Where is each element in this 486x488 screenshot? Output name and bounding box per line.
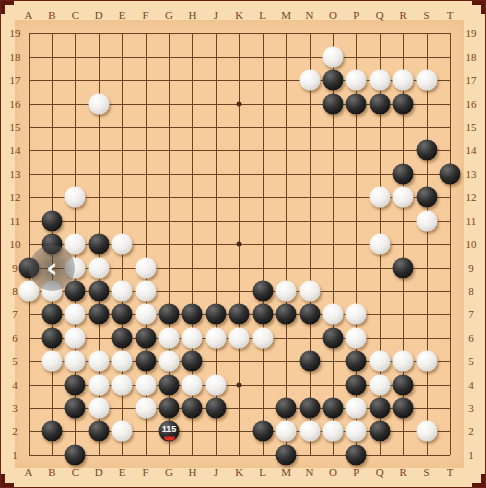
stone-black: [299, 351, 320, 372]
row-label-right: 18: [466, 51, 477, 62]
stone-black: [369, 421, 390, 442]
stone-white: [416, 210, 437, 231]
column-label-bottom: M: [281, 466, 291, 477]
column-label-bottom: F: [143, 466, 149, 477]
stone-black: [346, 93, 367, 114]
column-label-top: L: [259, 10, 266, 21]
row-label-right: 3: [468, 403, 474, 414]
stone-black: [393, 257, 414, 278]
row-label-left: 9: [12, 262, 18, 273]
row-label-right: 4: [468, 379, 474, 390]
stone-white: [346, 398, 367, 419]
stone-white: [112, 234, 133, 255]
stone-black: [346, 374, 367, 395]
column-label-bottom: R: [400, 466, 407, 477]
stone-white: [88, 93, 109, 114]
stone-white: [369, 374, 390, 395]
stone-white: [369, 351, 390, 372]
stone-white: [135, 398, 156, 419]
row-label-right: 16: [466, 98, 477, 109]
stone-white: [205, 374, 226, 395]
stone-white: [88, 257, 109, 278]
stone-white: [135, 280, 156, 301]
column-label-top: Q: [376, 10, 384, 21]
row-label-right: 5: [468, 356, 474, 367]
column-label-bottom: G: [165, 466, 173, 477]
column-label-top: O: [329, 10, 337, 21]
column-label-bottom: S: [424, 466, 430, 477]
stone-black: [440, 163, 461, 184]
column-label-bottom: T: [447, 466, 454, 477]
stone-black: [393, 398, 414, 419]
stone-black: [416, 140, 437, 161]
stone-white: [159, 351, 180, 372]
stone-white: [205, 327, 226, 348]
row-label-left: 11: [10, 215, 21, 226]
star-point: [237, 101, 242, 106]
stone-white: [88, 374, 109, 395]
frame-corner-bottom-left: [1, 474, 14, 487]
row-label-right: 10: [466, 239, 477, 250]
column-label-bottom: O: [329, 466, 337, 477]
column-label-bottom: J: [214, 466, 218, 477]
row-label-right: 6: [468, 332, 474, 343]
stone-black: [65, 398, 86, 419]
column-label-bottom: N: [306, 466, 314, 477]
stone-black: [135, 327, 156, 348]
stone-white: [346, 327, 367, 348]
column-label-top: R: [400, 10, 407, 21]
column-label-bottom: E: [119, 466, 126, 477]
column-label-top: S: [424, 10, 430, 21]
stone-black: [322, 70, 343, 91]
row-label-right: 8: [468, 285, 474, 296]
stone-white: [393, 70, 414, 91]
stone-black: [346, 444, 367, 465]
stone-black: [393, 163, 414, 184]
stone-black: [88, 234, 109, 255]
row-label-right: 17: [466, 75, 477, 86]
stone-black: [322, 327, 343, 348]
stone-white: [299, 421, 320, 442]
stone-white: [416, 70, 437, 91]
stone-black: [299, 398, 320, 419]
go-app-screen: AABBCCDDEEFFGGHHJJKKLLMMNNOOPPQQRRSSTT19…: [0, 0, 486, 488]
stone-white: [112, 351, 133, 372]
stone-black: [205, 398, 226, 419]
row-label-right: 11: [466, 215, 477, 226]
stone-black: [182, 351, 203, 372]
column-label-top: G: [165, 10, 173, 21]
grid-line-vertical: [310, 33, 311, 455]
stone-white: [322, 304, 343, 325]
stone-black: [205, 304, 226, 325]
stone-black: [112, 327, 133, 348]
stone-white: [346, 421, 367, 442]
stone-white: [369, 187, 390, 208]
stone-black: [252, 421, 273, 442]
stone-white: [369, 70, 390, 91]
column-label-bottom: H: [188, 466, 196, 477]
stone-black: [88, 280, 109, 301]
stone-white: [112, 280, 133, 301]
row-label-left: 19: [10, 28, 21, 39]
row-label-left: 15: [10, 121, 21, 132]
stone-black: [88, 421, 109, 442]
column-label-top: F: [143, 10, 149, 21]
stone-black: [182, 398, 203, 419]
row-label-right: 15: [466, 121, 477, 132]
column-label-top: N: [306, 10, 314, 21]
row-label-left: 14: [10, 145, 21, 156]
stone-white: [322, 46, 343, 67]
stone-white: [299, 70, 320, 91]
grid-line-vertical: [286, 33, 287, 455]
column-label-bottom: B: [48, 466, 55, 477]
stone-black: [41, 327, 62, 348]
stone-black: [346, 351, 367, 372]
stone-white: [346, 304, 367, 325]
stone-black: [159, 304, 180, 325]
stone-black: [159, 398, 180, 419]
star-point: [237, 382, 242, 387]
column-label-top: T: [447, 10, 454, 21]
stone-black: [159, 374, 180, 395]
stone-white: [65, 327, 86, 348]
stone-black: [252, 304, 273, 325]
stone-white: [112, 374, 133, 395]
column-label-top: K: [235, 10, 243, 21]
stone-white: [65, 304, 86, 325]
star-point: [237, 242, 242, 247]
stone-black: [229, 304, 250, 325]
stone-black: [276, 444, 297, 465]
row-label-left: 16: [10, 98, 21, 109]
stone-white: [393, 351, 414, 372]
stone-white: [182, 327, 203, 348]
stone-black: [369, 398, 390, 419]
stone-white: [416, 351, 437, 372]
column-label-bottom: K: [235, 466, 243, 477]
row-label-left: 7: [12, 309, 18, 320]
row-label-left: 5: [12, 356, 18, 367]
stone-black: [182, 304, 203, 325]
row-label-right: 2: [468, 426, 474, 437]
row-label-left: 6: [12, 332, 18, 343]
back-button[interactable]: ‹: [29, 245, 75, 291]
stone-white: [135, 304, 156, 325]
stone-white: [88, 398, 109, 419]
stone-white: [229, 327, 250, 348]
stone-black: [276, 304, 297, 325]
stone-black: [65, 444, 86, 465]
stone-white: [276, 421, 297, 442]
row-label-right: 12: [466, 192, 477, 203]
stone-white: [346, 70, 367, 91]
last-move-number: 115: [159, 422, 180, 437]
stone-black: [88, 304, 109, 325]
stone-white: [112, 421, 133, 442]
stone-white: [252, 327, 273, 348]
column-label-bottom: D: [95, 466, 103, 477]
stone-white: [88, 351, 109, 372]
row-label-left: 17: [10, 75, 21, 86]
stone-black: [299, 304, 320, 325]
column-label-top: P: [353, 10, 359, 21]
column-label-top: H: [188, 10, 196, 21]
stone-black: [393, 374, 414, 395]
row-label-left: 2: [12, 426, 18, 437]
stone-black: [252, 280, 273, 301]
stone-white: [322, 421, 343, 442]
stone-white: [135, 257, 156, 278]
stone-white: [416, 421, 437, 442]
row-label-right: 9: [468, 262, 474, 273]
stone-white: [41, 351, 62, 372]
column-label-bottom: Q: [376, 466, 384, 477]
column-label-bottom: L: [259, 466, 266, 477]
stone-white: [393, 187, 414, 208]
row-label-left: 12: [10, 192, 21, 203]
column-label-top: D: [95, 10, 103, 21]
column-label-top: C: [72, 10, 79, 21]
grid-line-vertical: [427, 33, 428, 455]
stone-black: [322, 398, 343, 419]
stone-white: [276, 280, 297, 301]
column-label-bottom: A: [25, 466, 33, 477]
stone-white: [182, 374, 203, 395]
row-label-right: 7: [468, 309, 474, 320]
stone-black: [41, 304, 62, 325]
frame-corner-top-right: [472, 1, 485, 14]
row-label-right: 14: [466, 145, 477, 156]
row-label-left: 3: [12, 403, 18, 414]
row-label-left: 8: [12, 285, 18, 296]
column-label-top: M: [281, 10, 291, 21]
stone-black: [393, 93, 414, 114]
column-label-top: E: [119, 10, 126, 21]
column-label-top: A: [25, 10, 33, 21]
frame-corner-bottom-right: [472, 474, 485, 487]
stone-white: [369, 234, 390, 255]
column-label-bottom: P: [353, 466, 359, 477]
row-label-left: 1: [12, 449, 18, 460]
grid-line-vertical: [263, 33, 264, 455]
row-label-left: 4: [12, 379, 18, 390]
column-label-bottom: C: [72, 466, 79, 477]
column-label-top: J: [214, 10, 218, 21]
column-label-top: B: [48, 10, 55, 21]
row-label-left: 10: [10, 239, 21, 250]
grid-line-vertical: [450, 33, 451, 455]
stone-black: [41, 421, 62, 442]
stone-black: [369, 93, 390, 114]
row-label-right: 19: [466, 28, 477, 39]
stone-white: [159, 327, 180, 348]
stone-black: [112, 304, 133, 325]
stone-white: [135, 374, 156, 395]
last-move-marker: [164, 437, 175, 441]
row-label-left: 18: [10, 51, 21, 62]
stone-black: [322, 93, 343, 114]
stone-white: [65, 187, 86, 208]
row-label-right: 1: [468, 449, 474, 460]
row-label-right: 13: [466, 168, 477, 179]
stone-black: [65, 374, 86, 395]
stone-black: [41, 210, 62, 231]
stone-black: [135, 351, 156, 372]
row-label-left: 13: [10, 168, 21, 179]
stone-black: [276, 398, 297, 419]
stone-black: [416, 187, 437, 208]
stone-black-last-move: 115: [159, 421, 180, 442]
stone-white: [299, 280, 320, 301]
frame-corner-top-left: [1, 1, 14, 14]
grid-line-horizontal: [29, 455, 451, 456]
stone-white: [65, 351, 86, 372]
